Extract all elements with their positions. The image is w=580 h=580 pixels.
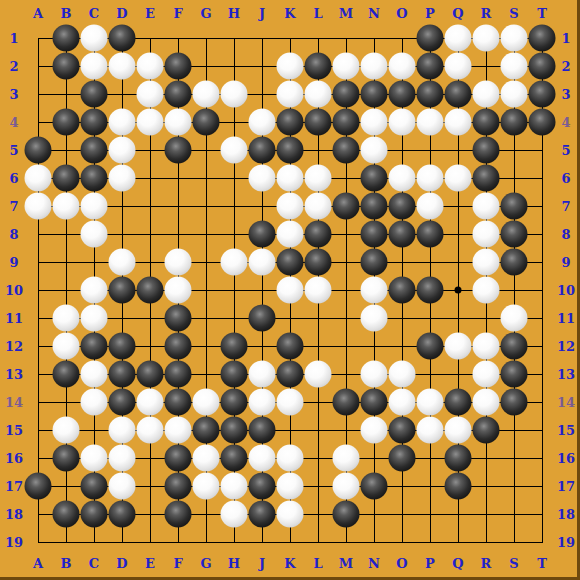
white-stone[interactable]	[81, 193, 108, 220]
white-stone[interactable]	[221, 501, 248, 528]
column-label-top: A	[33, 7, 43, 20]
white-stone[interactable]	[417, 417, 444, 444]
black-stone[interactable]	[305, 53, 332, 80]
black-stone[interactable]	[361, 389, 388, 416]
black-stone[interactable]	[361, 473, 388, 500]
white-stone[interactable]	[445, 333, 472, 360]
column-label-top: P	[425, 7, 435, 20]
black-stone[interactable]	[249, 417, 276, 444]
white-stone[interactable]	[445, 109, 472, 136]
white-stone[interactable]	[473, 277, 500, 304]
white-stone[interactable]	[389, 53, 416, 80]
white-stone[interactable]	[277, 445, 304, 472]
white-stone[interactable]	[137, 53, 164, 80]
white-stone[interactable]	[165, 109, 192, 136]
row-label-right: 1	[561, 32, 570, 45]
white-stone[interactable]	[137, 417, 164, 444]
black-stone[interactable]	[305, 221, 332, 248]
black-stone[interactable]	[277, 361, 304, 388]
white-stone[interactable]	[277, 501, 304, 528]
row-label-left: 9	[9, 256, 18, 269]
column-label-bottom: N	[368, 557, 380, 570]
black-stone[interactable]	[277, 249, 304, 276]
white-stone[interactable]	[221, 137, 248, 164]
black-stone[interactable]	[81, 137, 108, 164]
row-label-right: 19	[557, 536, 575, 549]
white-stone[interactable]	[109, 417, 136, 444]
black-stone[interactable]	[165, 501, 192, 528]
white-stone[interactable]	[361, 305, 388, 332]
white-stone[interactable]	[417, 193, 444, 220]
white-stone[interactable]	[445, 165, 472, 192]
white-stone[interactable]	[249, 165, 276, 192]
white-stone[interactable]	[305, 165, 332, 192]
row-label-right: 6	[561, 172, 570, 185]
black-stone[interactable]	[109, 25, 136, 52]
go-board[interactable]: AABBCCDDEEFFGGHHJJKKLLMMNNOOPPQQRRSSTT11…	[0, 0, 580, 580]
column-label-bottom: P	[425, 557, 435, 570]
white-stone[interactable]	[81, 25, 108, 52]
black-stone[interactable]	[277, 137, 304, 164]
row-label-left: 13	[5, 368, 23, 381]
column-label-bottom: A	[33, 557, 43, 570]
black-stone[interactable]	[389, 193, 416, 220]
row-label-left: 11	[5, 312, 23, 325]
white-stone[interactable]	[361, 417, 388, 444]
white-stone[interactable]	[277, 193, 304, 220]
black-stone[interactable]	[109, 277, 136, 304]
white-stone[interactable]	[389, 109, 416, 136]
white-stone[interactable]	[277, 165, 304, 192]
row-label-right: 11	[557, 312, 575, 325]
white-stone[interactable]	[109, 53, 136, 80]
white-stone[interactable]	[417, 389, 444, 416]
row-label-right: 12	[557, 340, 575, 353]
black-stone[interactable]	[417, 277, 444, 304]
black-stone[interactable]	[249, 501, 276, 528]
white-stone[interactable]	[137, 389, 164, 416]
black-stone[interactable]	[277, 333, 304, 360]
black-stone[interactable]	[529, 109, 556, 136]
row-label-right: 18	[557, 508, 575, 521]
white-stone[interactable]	[221, 249, 248, 276]
white-stone[interactable]	[53, 417, 80, 444]
column-label-top: E	[145, 7, 155, 20]
black-stone[interactable]	[361, 249, 388, 276]
black-stone[interactable]	[165, 81, 192, 108]
white-stone[interactable]	[165, 249, 192, 276]
row-label-right: 8	[561, 228, 570, 241]
black-stone[interactable]	[53, 109, 80, 136]
white-stone[interactable]	[361, 109, 388, 136]
white-stone[interactable]	[109, 445, 136, 472]
white-stone[interactable]	[361, 361, 388, 388]
white-stone[interactable]	[473, 361, 500, 388]
black-stone[interactable]	[249, 137, 276, 164]
black-stone[interactable]	[221, 417, 248, 444]
star-point	[455, 287, 462, 294]
white-stone[interactable]	[193, 473, 220, 500]
row-label-right: 9	[561, 256, 570, 269]
row-label-right: 16	[557, 452, 575, 465]
black-stone[interactable]	[53, 53, 80, 80]
black-stone[interactable]	[109, 501, 136, 528]
white-stone[interactable]	[333, 473, 360, 500]
black-stone[interactable]	[445, 81, 472, 108]
black-stone[interactable]	[501, 389, 528, 416]
black-stone[interactable]	[389, 81, 416, 108]
column-label-bottom: B	[61, 557, 72, 570]
black-stone[interactable]	[53, 361, 80, 388]
row-label-left: 2	[9, 60, 18, 73]
white-stone[interactable]	[473, 389, 500, 416]
black-stone[interactable]	[529, 53, 556, 80]
white-stone[interactable]	[193, 389, 220, 416]
black-stone[interactable]	[333, 389, 360, 416]
black-stone[interactable]	[109, 361, 136, 388]
white-stone[interactable]	[501, 25, 528, 52]
white-stone[interactable]	[109, 109, 136, 136]
row-label-right: 7	[561, 200, 570, 213]
row-label-left: 8	[9, 228, 18, 241]
white-stone[interactable]	[221, 81, 248, 108]
row-label-right: 13	[557, 368, 575, 381]
black-stone[interactable]	[165, 333, 192, 360]
white-stone[interactable]	[81, 221, 108, 248]
black-stone[interactable]	[165, 389, 192, 416]
row-label-right: 4	[561, 116, 570, 129]
black-stone[interactable]	[361, 81, 388, 108]
white-stone[interactable]	[81, 53, 108, 80]
black-stone[interactable]	[417, 81, 444, 108]
black-stone[interactable]	[473, 165, 500, 192]
white-stone[interactable]	[137, 81, 164, 108]
black-stone[interactable]	[165, 305, 192, 332]
column-label-top: M	[339, 7, 353, 20]
column-label-bottom: S	[509, 557, 518, 570]
column-label-top: K	[284, 7, 295, 20]
white-stone[interactable]	[137, 109, 164, 136]
black-stone[interactable]	[529, 81, 556, 108]
black-stone[interactable]	[501, 249, 528, 276]
black-stone[interactable]	[221, 361, 248, 388]
black-stone[interactable]	[473, 109, 500, 136]
black-stone[interactable]	[417, 25, 444, 52]
white-stone[interactable]	[501, 305, 528, 332]
white-stone[interactable]	[389, 361, 416, 388]
column-label-top: J	[259, 7, 265, 20]
black-stone[interactable]	[501, 193, 528, 220]
column-label-bottom: G	[200, 557, 211, 570]
white-stone[interactable]	[417, 165, 444, 192]
white-stone[interactable]	[249, 249, 276, 276]
row-label-left: 10	[5, 284, 23, 297]
row-label-left: 14	[5, 396, 23, 409]
black-stone[interactable]	[221, 333, 248, 360]
white-stone[interactable]	[193, 81, 220, 108]
black-stone[interactable]	[501, 221, 528, 248]
white-stone[interactable]	[53, 305, 80, 332]
column-label-top: S	[509, 7, 518, 20]
black-stone[interactable]	[361, 221, 388, 248]
column-label-top: R	[481, 7, 492, 20]
white-stone[interactable]	[305, 361, 332, 388]
column-label-top: N	[368, 7, 380, 20]
white-stone[interactable]	[277, 277, 304, 304]
black-stone[interactable]	[277, 109, 304, 136]
white-stone[interactable]	[109, 249, 136, 276]
white-stone[interactable]	[445, 53, 472, 80]
white-stone[interactable]	[81, 305, 108, 332]
black-stone[interactable]	[417, 53, 444, 80]
white-stone[interactable]	[333, 445, 360, 472]
column-label-top: O	[396, 7, 407, 20]
black-stone[interactable]	[361, 165, 388, 192]
black-stone[interactable]	[109, 333, 136, 360]
row-label-right: 14	[557, 396, 575, 409]
row-label-left: 12	[5, 340, 23, 353]
white-stone[interactable]	[333, 53, 360, 80]
black-stone[interactable]	[501, 109, 528, 136]
black-stone[interactable]	[221, 445, 248, 472]
black-stone[interactable]	[165, 473, 192, 500]
black-stone[interactable]	[445, 389, 472, 416]
white-stone[interactable]	[165, 417, 192, 444]
white-stone[interactable]	[473, 221, 500, 248]
white-stone[interactable]	[249, 389, 276, 416]
black-stone[interactable]	[109, 389, 136, 416]
white-stone[interactable]	[221, 473, 248, 500]
column-label-top: H	[228, 7, 240, 20]
black-stone[interactable]	[249, 305, 276, 332]
white-stone[interactable]	[249, 109, 276, 136]
black-stone[interactable]	[361, 193, 388, 220]
black-stone[interactable]	[333, 81, 360, 108]
white-stone[interactable]	[305, 193, 332, 220]
column-label-bottom: Q	[452, 557, 463, 570]
column-label-top: G	[200, 7, 211, 20]
black-stone[interactable]	[501, 361, 528, 388]
black-stone[interactable]	[305, 109, 332, 136]
white-stone[interactable]	[473, 193, 500, 220]
column-label-top: D	[116, 7, 127, 20]
row-label-right: 17	[557, 480, 575, 493]
white-stone[interactable]	[109, 473, 136, 500]
column-label-top: T	[537, 7, 547, 20]
black-stone[interactable]	[165, 361, 192, 388]
white-stone[interactable]	[53, 193, 80, 220]
black-stone[interactable]	[81, 501, 108, 528]
column-label-bottom: O	[396, 557, 407, 570]
black-stone[interactable]	[389, 417, 416, 444]
black-stone[interactable]	[249, 473, 276, 500]
black-stone[interactable]	[137, 361, 164, 388]
column-label-top: Q	[452, 7, 463, 20]
white-stone[interactable]	[305, 277, 332, 304]
column-label-bottom: M	[339, 557, 353, 570]
column-label-bottom: J	[259, 557, 265, 570]
black-stone[interactable]	[389, 277, 416, 304]
black-stone[interactable]	[445, 445, 472, 472]
white-stone[interactable]	[25, 165, 52, 192]
white-stone[interactable]	[277, 81, 304, 108]
row-label-right: 5	[561, 144, 570, 157]
white-stone[interactable]	[473, 25, 500, 52]
row-label-left: 19	[5, 536, 23, 549]
column-label-bottom: R	[481, 557, 492, 570]
black-stone[interactable]	[473, 417, 500, 444]
black-stone[interactable]	[501, 333, 528, 360]
column-label-bottom: D	[116, 557, 127, 570]
black-stone[interactable]	[193, 109, 220, 136]
grid-line	[38, 542, 543, 543]
white-stone[interactable]	[277, 473, 304, 500]
white-stone[interactable]	[361, 53, 388, 80]
black-stone[interactable]	[165, 137, 192, 164]
white-stone[interactable]	[473, 333, 500, 360]
black-stone[interactable]	[137, 277, 164, 304]
column-label-bottom: E	[145, 557, 155, 570]
black-stone[interactable]	[53, 25, 80, 52]
black-stone[interactable]	[473, 137, 500, 164]
row-label-left: 3	[9, 88, 18, 101]
white-stone[interactable]	[53, 333, 80, 360]
black-stone[interactable]	[53, 445, 80, 472]
white-stone[interactable]	[277, 389, 304, 416]
white-stone[interactable]	[277, 221, 304, 248]
column-label-bottom: K	[284, 557, 295, 570]
row-label-left: 17	[5, 480, 23, 493]
black-stone[interactable]	[81, 81, 108, 108]
black-stone[interactable]	[417, 333, 444, 360]
black-stone[interactable]	[25, 137, 52, 164]
black-stone[interactable]	[53, 165, 80, 192]
column-label-top: L	[313, 7, 322, 20]
row-label-left: 4	[9, 116, 18, 129]
white-stone[interactable]	[389, 165, 416, 192]
row-label-left: 18	[5, 508, 23, 521]
white-stone[interactable]	[361, 137, 388, 164]
white-stone[interactable]	[305, 81, 332, 108]
white-stone[interactable]	[193, 445, 220, 472]
white-stone[interactable]	[81, 445, 108, 472]
row-label-left: 7	[9, 200, 18, 213]
black-stone[interactable]	[165, 445, 192, 472]
black-stone[interactable]	[165, 53, 192, 80]
black-stone[interactable]	[417, 221, 444, 248]
grid-line	[38, 318, 543, 319]
black-stone[interactable]	[25, 473, 52, 500]
column-label-bottom: L	[313, 557, 322, 570]
row-label-right: 10	[557, 284, 575, 297]
black-stone[interactable]	[305, 249, 332, 276]
white-stone[interactable]	[81, 361, 108, 388]
black-stone[interactable]	[249, 221, 276, 248]
white-stone[interactable]	[389, 389, 416, 416]
row-label-left: 15	[5, 424, 23, 437]
white-stone[interactable]	[165, 277, 192, 304]
white-stone[interactable]	[473, 81, 500, 108]
white-stone[interactable]	[25, 193, 52, 220]
black-stone[interactable]	[333, 501, 360, 528]
black-stone[interactable]	[529, 25, 556, 52]
row-label-left: 6	[9, 172, 18, 185]
black-stone[interactable]	[389, 221, 416, 248]
column-label-bottom: C	[89, 557, 99, 570]
column-label-top: B	[61, 7, 72, 20]
white-stone[interactable]	[501, 81, 528, 108]
black-stone[interactable]	[81, 333, 108, 360]
row-label-right: 15	[557, 424, 575, 437]
column-label-top: F	[173, 7, 182, 20]
black-stone[interactable]	[81, 109, 108, 136]
black-stone[interactable]	[81, 165, 108, 192]
black-stone[interactable]	[333, 109, 360, 136]
white-stone[interactable]	[249, 361, 276, 388]
white-stone[interactable]	[109, 137, 136, 164]
column-label-bottom: F	[173, 557, 182, 570]
white-stone[interactable]	[361, 277, 388, 304]
black-stone[interactable]	[81, 473, 108, 500]
white-stone[interactable]	[445, 417, 472, 444]
black-stone[interactable]	[389, 445, 416, 472]
white-stone[interactable]	[501, 53, 528, 80]
black-stone[interactable]	[193, 417, 220, 444]
black-stone[interactable]	[221, 389, 248, 416]
row-label-left: 5	[9, 144, 18, 157]
white-stone[interactable]	[277, 53, 304, 80]
column-label-top: C	[89, 7, 99, 20]
white-stone[interactable]	[417, 109, 444, 136]
row-label-left: 1	[9, 32, 18, 45]
white-stone[interactable]	[473, 249, 500, 276]
white-stone[interactable]	[249, 445, 276, 472]
white-stone[interactable]	[445, 25, 472, 52]
white-stone[interactable]	[81, 389, 108, 416]
column-label-bottom: T	[537, 557, 547, 570]
row-label-right: 3	[561, 88, 570, 101]
column-label-bottom: H	[228, 557, 240, 570]
white-stone[interactable]	[109, 165, 136, 192]
black-stone[interactable]	[333, 193, 360, 220]
white-stone[interactable]	[81, 277, 108, 304]
black-stone[interactable]	[333, 137, 360, 164]
black-stone[interactable]	[53, 501, 80, 528]
row-label-right: 2	[561, 60, 570, 73]
black-stone[interactable]	[445, 473, 472, 500]
row-label-left: 16	[5, 452, 23, 465]
